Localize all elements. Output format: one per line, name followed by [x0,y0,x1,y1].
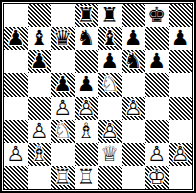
square-f7: ♟♟ [122,27,146,50]
white-rook-c1: ♖ [51,166,75,189]
black-knight-d7: ♞ [75,27,99,50]
chess-diagram-page: ♜♜♜♜♚♚♟♟♝♝♛♛♞♞♝♝♟♟♟♟♟♟♟♟♞♞♟♟♟♟♟♟♞♘♟♙♟♙♟♙… [0,0,196,193]
black-bishop-e7: ♝ [98,27,122,50]
square-a3 [4,120,28,143]
square-e2: ♛♕ [98,143,122,166]
white-pawn-e3: ♙ [98,120,122,143]
white-pawn-d4: ♙ [75,97,99,120]
black-pawn-b6: ♟ [28,50,52,73]
white-pawn-g2: ♙ [145,143,169,166]
square-d2 [75,143,99,166]
white-rook-d1: ♖ [75,166,99,189]
black-rook-d8: ♜ [75,4,99,27]
square-d5: ♟♟ [75,73,99,96]
square-d3: ♝♗ [75,120,99,143]
square-e7: ♝♝ [98,27,122,50]
white-queen-e2: ♕ [98,143,122,166]
square-f5 [122,73,146,96]
chess-board: ♜♜♜♜♚♚♟♟♝♝♛♛♞♞♝♝♟♟♟♟♟♟♟♟♞♞♟♟♟♟♟♟♞♘♟♙♟♙♟♙… [3,3,193,190]
square-b3: ♟♙ [28,120,52,143]
black-pawn-c5: ♟ [51,73,75,96]
square-f6: ♞♞ [122,50,146,73]
square-h8 [169,4,193,27]
white-pawn-c4: ♙ [51,97,75,120]
white-knight-c3: ♘ [51,120,75,143]
square-b2: ♝♗ [28,143,52,166]
black-knight-f6: ♞ [122,50,146,73]
square-g6: ♟♟ [145,50,169,73]
black-pawn-g6: ♟ [145,50,169,73]
square-g5 [145,73,169,96]
black-bishop-b7: ♝ [28,27,52,50]
square-c8 [51,4,75,27]
square-h5 [169,73,193,96]
black-pawn-h7: ♟ [169,27,193,50]
square-f1 [122,166,146,189]
square-d7: ♞♞ [75,27,99,50]
square-a6 [4,50,28,73]
black-rook-e8: ♜ [98,4,122,27]
square-d1: ♜♖ [75,166,99,189]
square-a8 [4,4,28,27]
square-b7: ♝♝ [28,27,52,50]
white-pawn-b3: ♙ [28,120,52,143]
square-c1: ♜♖ [51,166,75,189]
square-g8: ♚♚ [145,4,169,27]
square-d6 [75,50,99,73]
white-bishop-d3: ♗ [75,120,99,143]
square-a4 [4,97,28,120]
square-c7: ♛♛ [51,27,75,50]
square-b1 [28,166,52,189]
white-bishop-b2: ♗ [28,143,52,166]
square-g4 [145,97,169,120]
square-a2: ♟♙ [4,143,28,166]
square-h3 [169,120,193,143]
square-c6 [51,50,75,73]
square-b5 [28,73,52,96]
square-g2: ♟♙ [145,143,169,166]
white-pawn-f4: ♙ [122,97,146,120]
square-a5 [4,73,28,96]
black-pawn-e6: ♟ [98,50,122,73]
square-c4: ♟♙ [51,97,75,120]
black-pawn-d5: ♟ [75,73,99,96]
square-f2 [122,143,146,166]
square-e4 [98,97,122,120]
square-h4 [169,97,193,120]
white-king-g1: ♔ [145,166,169,189]
black-king-g8: ♚ [145,4,169,27]
square-d4: ♟♙ [75,97,99,120]
board-frame: ♜♜♜♜♚♚♟♟♝♝♛♛♞♞♝♝♟♟♟♟♟♟♟♟♞♞♟♟♟♟♟♟♞♘♟♙♟♙♟♙… [0,0,196,193]
square-e5: ♞♘ [98,73,122,96]
square-g7 [145,27,169,50]
white-pawn-h2: ♙ [169,143,193,166]
square-f8 [122,4,146,27]
square-h1 [169,166,193,189]
square-f3 [122,120,146,143]
white-pawn-a2: ♙ [4,143,28,166]
square-a7: ♟♟ [4,27,28,50]
square-g3 [145,120,169,143]
square-b4 [28,97,52,120]
square-h7: ♟♟ [169,27,193,50]
square-e3: ♟♙ [98,120,122,143]
square-c3: ♞♘ [51,120,75,143]
square-h2: ♟♙ [169,143,193,166]
square-h6 [169,50,193,73]
black-pawn-a7: ♟ [4,27,28,50]
square-e8: ♜♜ [98,4,122,27]
square-e1 [98,166,122,189]
square-f4: ♟♙ [122,97,146,120]
black-pawn-f7: ♟ [122,27,146,50]
square-c5: ♟♟ [51,73,75,96]
square-b8 [28,4,52,27]
white-knight-e5: ♘ [98,73,122,96]
square-g1: ♚♔ [145,166,169,189]
square-d8: ♜♜ [75,4,99,27]
square-b6: ♟♟ [28,50,52,73]
square-e6: ♟♟ [98,50,122,73]
square-a1 [4,166,28,189]
black-queen-c7: ♛ [51,27,75,50]
square-c2 [51,143,75,166]
